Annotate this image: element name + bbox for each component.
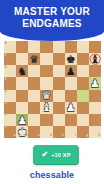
- square-e4[interactable]: [53, 90, 65, 102]
- file-coordinate: h: [98, 134, 100, 137]
- black-pawn-piece[interactable]: ♟: [66, 66, 75, 77]
- square-b7[interactable]: [16, 53, 28, 65]
- square-a2[interactable]: 2: [4, 114, 16, 126]
- square-d3[interactable]: ♝: [40, 102, 52, 114]
- square-a7[interactable]: 7: [4, 53, 16, 65]
- square-h2[interactable]: [89, 114, 101, 126]
- file-coordinate: e: [62, 134, 64, 137]
- banner-title-line2: ENDGAMES: [22, 18, 81, 30]
- square-b5[interactable]: [16, 77, 28, 89]
- square-d1[interactable]: d: [40, 126, 52, 138]
- square-e3[interactable]: [53, 102, 65, 114]
- file-coordinate: f: [75, 134, 76, 137]
- square-c3[interactable]: [28, 102, 40, 114]
- square-c6[interactable]: [28, 65, 40, 77]
- square-c7[interactable]: ♛: [28, 53, 40, 65]
- square-a6[interactable]: 6: [4, 65, 16, 77]
- square-g4[interactable]: [77, 90, 89, 102]
- rank-coordinate: 8: [5, 42, 7, 45]
- rank-coordinate: 3: [5, 102, 7, 105]
- square-c2[interactable]: [28, 114, 40, 126]
- square-a4[interactable]: 4: [4, 90, 16, 102]
- square-f3[interactable]: ♟: [65, 102, 77, 114]
- square-g6[interactable]: [77, 65, 89, 77]
- black-queen-piece[interactable]: ♛: [30, 54, 39, 65]
- square-a3[interactable]: 3: [4, 102, 16, 114]
- white-pawn-piece[interactable]: ♟: [90, 78, 99, 89]
- square-b8[interactable]: [16, 41, 28, 53]
- claim-xp-button[interactable]: ✔ +10 XP: [33, 145, 79, 165]
- square-f2[interactable]: [65, 114, 77, 126]
- chess-board[interactable]: 87♛♚♝6♞♟5♟4♛3♝♟2♟1a♚bcdefgh: [4, 41, 101, 138]
- square-c8[interactable]: [28, 41, 40, 53]
- banner: MASTER YOUR ENDGAMES: [0, 0, 104, 41]
- white-pawn-piece[interactable]: ♟: [17, 115, 26, 126]
- black-bishop-piece[interactable]: ♝: [90, 54, 99, 65]
- square-e6[interactable]: [53, 65, 65, 77]
- square-e1[interactable]: e: [53, 126, 65, 138]
- rank-coordinate: 5: [5, 78, 7, 81]
- square-f4[interactable]: [65, 90, 77, 102]
- rank-coordinate: 7: [5, 54, 7, 57]
- file-coordinate: g: [86, 134, 88, 137]
- white-pawn-piece[interactable]: ♟: [66, 102, 75, 113]
- square-h7[interactable]: ♝: [89, 53, 101, 65]
- square-h5[interactable]: ♟: [89, 77, 101, 89]
- square-a5[interactable]: 5: [4, 77, 16, 89]
- square-h3[interactable]: [89, 102, 101, 114]
- square-f1[interactable]: f: [65, 126, 77, 138]
- square-f7[interactable]: ♚: [65, 53, 77, 65]
- black-king-piece[interactable]: ♚: [66, 54, 75, 65]
- square-b4[interactable]: [16, 90, 28, 102]
- square-d4[interactable]: ♛: [40, 90, 52, 102]
- file-coordinate: b: [26, 134, 28, 137]
- checkmark-icon: ✔: [41, 151, 48, 159]
- square-g7[interactable]: [77, 53, 89, 65]
- square-a8[interactable]: 8: [4, 41, 16, 53]
- square-h6[interactable]: [89, 65, 101, 77]
- square-e2[interactable]: [53, 114, 65, 126]
- rank-coordinate: 4: [5, 90, 7, 93]
- square-f8[interactable]: [65, 41, 77, 53]
- square-b3[interactable]: [16, 102, 28, 114]
- square-g5[interactable]: [77, 77, 89, 89]
- black-knight-piece[interactable]: ♞: [17, 66, 26, 77]
- rank-coordinate: 1: [5, 126, 7, 129]
- square-e7[interactable]: [53, 53, 65, 65]
- square-h4[interactable]: [89, 90, 101, 102]
- square-e8[interactable]: [53, 41, 65, 53]
- file-coordinate: d: [50, 134, 52, 137]
- square-g2[interactable]: [77, 114, 89, 126]
- square-g1[interactable]: g: [77, 126, 89, 138]
- banner-title-line1: MASTER YOUR: [14, 6, 90, 18]
- square-d6[interactable]: [40, 65, 52, 77]
- square-d2[interactable]: [40, 114, 52, 126]
- square-h1[interactable]: h: [89, 126, 101, 138]
- chessable-ad: MASTER YOUR ENDGAMES 87♛♚♝6♞♟5♟4♛3♝♟2♟1a…: [0, 0, 104, 184]
- white-queen-piece[interactable]: ♛: [42, 90, 51, 101]
- file-coordinate: a: [14, 134, 16, 137]
- square-f6[interactable]: ♟: [65, 65, 77, 77]
- file-coordinate: c: [38, 134, 40, 137]
- square-e5[interactable]: [53, 77, 65, 89]
- xp-reward-label: +10 XP: [51, 152, 70, 158]
- square-f5[interactable]: [65, 77, 77, 89]
- square-d5[interactable]: [40, 77, 52, 89]
- square-d8[interactable]: [40, 41, 52, 53]
- square-a1[interactable]: 1a: [4, 126, 16, 138]
- square-c5[interactable]: [28, 77, 40, 89]
- square-g8[interactable]: [77, 41, 89, 53]
- square-h8[interactable]: [89, 41, 101, 53]
- square-c4[interactable]: [28, 90, 40, 102]
- square-g3[interactable]: [77, 102, 89, 114]
- square-d7[interactable]: [40, 53, 52, 65]
- white-bishop-piece[interactable]: ♝: [42, 102, 51, 113]
- square-b6[interactable]: ♞: [16, 65, 28, 77]
- rank-coordinate: 6: [5, 66, 7, 69]
- rank-coordinate: 2: [5, 114, 7, 117]
- square-b1[interactable]: ♚b: [16, 126, 28, 138]
- square-c1[interactable]: c: [28, 126, 40, 138]
- square-b2[interactable]: ♟: [16, 114, 28, 126]
- chessable-logo[interactable]: chessable: [0, 170, 104, 180]
